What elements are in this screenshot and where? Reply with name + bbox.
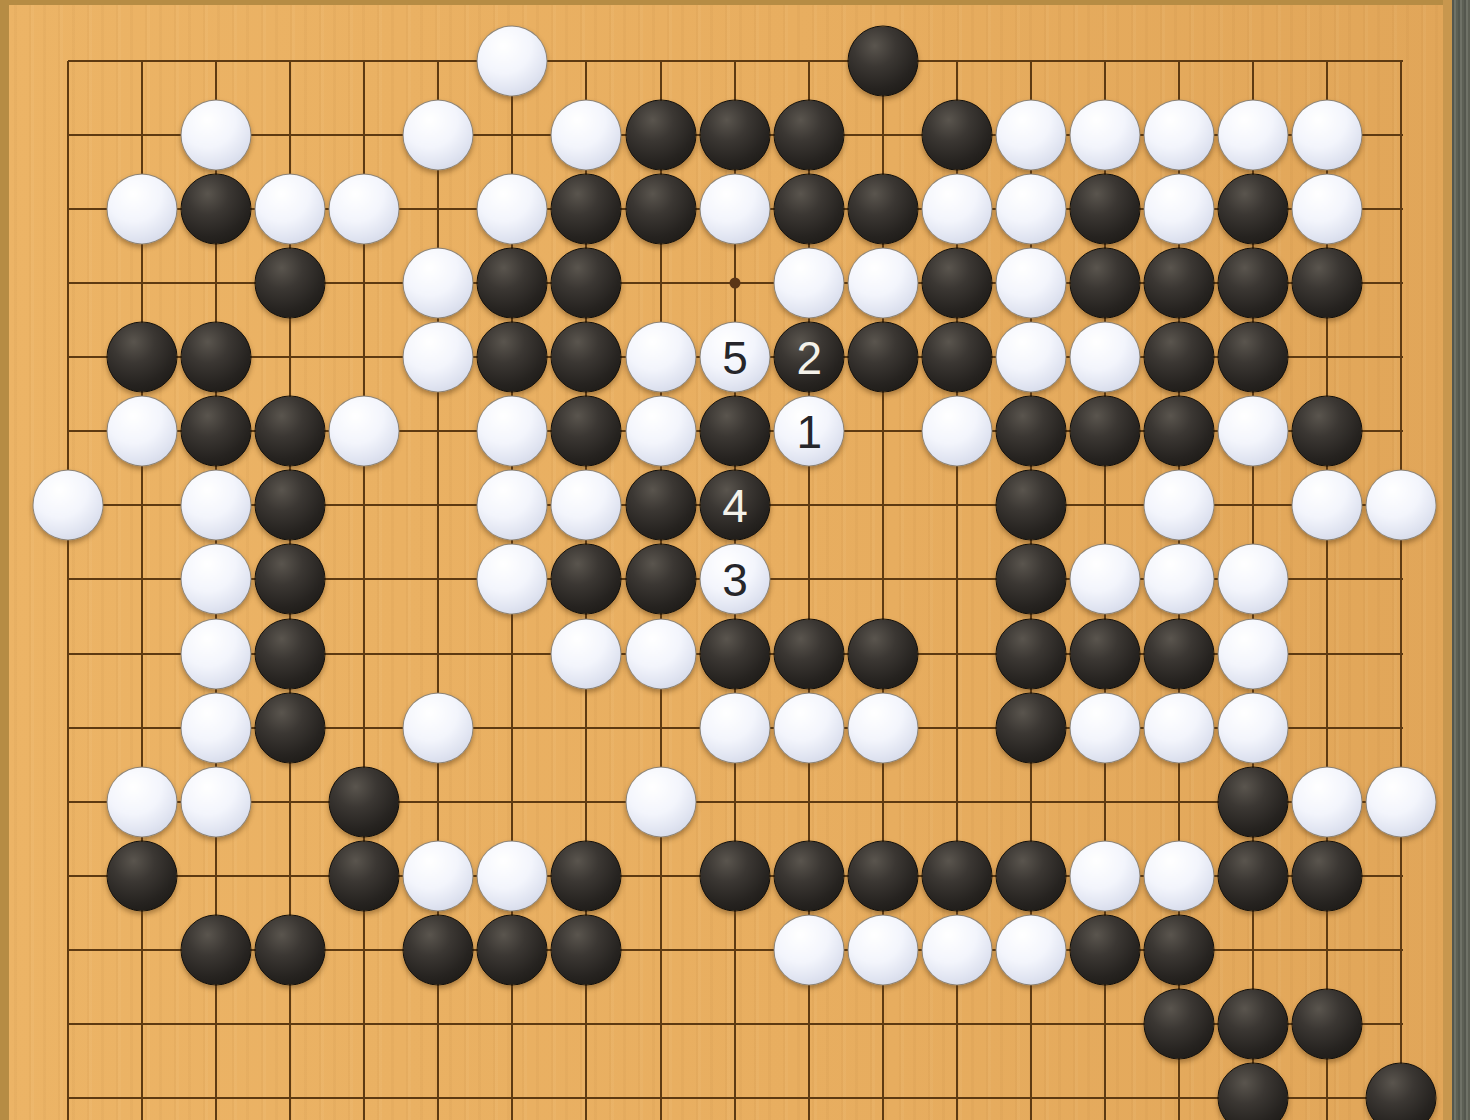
go-stone-white[interactable] xyxy=(1069,692,1140,763)
go-stone-black[interactable] xyxy=(847,174,918,245)
go-stone-white[interactable] xyxy=(625,618,696,689)
go-stone-white[interactable] xyxy=(181,544,252,615)
go-stone-black[interactable] xyxy=(625,100,696,171)
go-stone-white[interactable] xyxy=(625,396,696,467)
go-stone-white[interactable] xyxy=(995,100,1066,171)
go-stone-black[interactable] xyxy=(1144,248,1215,319)
go-stone-white[interactable] xyxy=(995,174,1066,245)
go-stone-white[interactable] xyxy=(1218,100,1289,171)
go-stone-black[interactable] xyxy=(181,396,252,467)
go-stone-white[interactable] xyxy=(107,174,178,245)
go-stone-black[interactable] xyxy=(1292,396,1363,467)
grid-line-horizontal xyxy=(68,1097,1403,1099)
go-stone-white[interactable] xyxy=(1069,100,1140,171)
go-stone-black[interactable] xyxy=(1218,174,1289,245)
go-stone-white[interactable] xyxy=(181,766,252,837)
go-stone-black[interactable] xyxy=(995,396,1066,467)
go-stone-white[interactable] xyxy=(181,470,252,541)
go-stone-black[interactable] xyxy=(995,692,1066,763)
go-stone-white[interactable] xyxy=(403,692,474,763)
go-stone-white[interactable] xyxy=(403,100,474,171)
go-stone-white[interactable] xyxy=(1218,544,1289,615)
go-stone-black[interactable] xyxy=(1069,396,1140,467)
go-stone-black[interactable] xyxy=(551,544,622,615)
go-stone-white[interactable] xyxy=(699,174,770,245)
go-stone-black[interactable] xyxy=(255,692,326,763)
go-stone-white[interactable] xyxy=(551,618,622,689)
go-stone-white[interactable] xyxy=(477,174,548,245)
go-stone-black[interactable] xyxy=(847,322,918,393)
go-stone-white[interactable] xyxy=(1144,544,1215,615)
go-stone-white[interactable] xyxy=(403,840,474,911)
go-stone-white[interactable]: 5 xyxy=(699,322,770,393)
go-stone-white[interactable] xyxy=(995,322,1066,393)
go-stone-black[interactable] xyxy=(995,470,1066,541)
go-stone-white[interactable] xyxy=(181,692,252,763)
go-stone-white[interactable] xyxy=(625,322,696,393)
go-stone-black[interactable]: 4 xyxy=(699,470,770,541)
go-stone-black[interactable] xyxy=(625,544,696,615)
go-stone-black[interactable] xyxy=(255,914,326,985)
background-strip-right xyxy=(1452,0,1470,1120)
go-stone-black[interactable] xyxy=(477,248,548,319)
go-stone-white[interactable] xyxy=(847,248,918,319)
go-stone-white[interactable] xyxy=(107,766,178,837)
go-stone-black[interactable] xyxy=(255,248,326,319)
go-stone-black[interactable] xyxy=(1218,322,1289,393)
go-stone-black[interactable]: 2 xyxy=(773,322,844,393)
go-stone-black[interactable] xyxy=(1292,840,1363,911)
grid-line-horizontal xyxy=(68,801,1403,803)
go-stone-white[interactable] xyxy=(1069,544,1140,615)
go-stone-white[interactable] xyxy=(477,840,548,911)
go-stone-white[interactable] xyxy=(1144,100,1215,171)
go-stone-white[interactable] xyxy=(477,26,548,97)
go-stone-black[interactable] xyxy=(255,544,326,615)
go-stone-black[interactable] xyxy=(551,248,622,319)
go-stone-white[interactable] xyxy=(1366,766,1437,837)
go-stone-white[interactable] xyxy=(477,544,548,615)
go-stone-black[interactable] xyxy=(181,322,252,393)
go-stone-black[interactable] xyxy=(921,840,992,911)
go-stone-black[interactable] xyxy=(181,914,252,985)
go-stone-white[interactable] xyxy=(847,914,918,985)
go-stone-black[interactable] xyxy=(921,248,992,319)
go-stone-black[interactable] xyxy=(477,322,548,393)
go-stone-white[interactable] xyxy=(1292,470,1363,541)
go-stone-white[interactable] xyxy=(1218,396,1289,467)
go-stone-black[interactable] xyxy=(1069,248,1140,319)
go-board-screenshot: 52143 xyxy=(0,0,1470,1120)
go-stone-black[interactable] xyxy=(1144,396,1215,467)
go-stone-black[interactable] xyxy=(551,174,622,245)
go-stone-black[interactable] xyxy=(1144,914,1215,985)
go-stone-white[interactable] xyxy=(699,692,770,763)
go-stone-white[interactable] xyxy=(1292,766,1363,837)
go-stone-black[interactable] xyxy=(1144,322,1215,393)
go-stone-black[interactable] xyxy=(107,322,178,393)
go-stone-white[interactable] xyxy=(551,470,622,541)
go-stone-white[interactable] xyxy=(1069,322,1140,393)
go-stone-white[interactable] xyxy=(1144,692,1215,763)
go-stone-black[interactable] xyxy=(329,840,400,911)
go-stone-white[interactable] xyxy=(1292,100,1363,171)
go-stone-black[interactable] xyxy=(847,618,918,689)
stone-move-number: 4 xyxy=(722,482,747,528)
go-stone-black[interactable] xyxy=(625,470,696,541)
go-stone-black[interactable] xyxy=(921,100,992,171)
go-stone-white[interactable] xyxy=(1069,840,1140,911)
go-stone-white[interactable] xyxy=(1292,174,1363,245)
go-stone-black[interactable] xyxy=(1218,766,1289,837)
go-stone-white[interactable] xyxy=(1144,840,1215,911)
go-stone-black[interactable] xyxy=(551,914,622,985)
go-stone-white[interactable] xyxy=(921,914,992,985)
go-stone-white[interactable] xyxy=(995,914,1066,985)
go-stone-black[interactable] xyxy=(1144,988,1215,1059)
go-stone-black[interactable] xyxy=(1144,618,1215,689)
go-stone-black[interactable] xyxy=(403,914,474,985)
go-stone-white[interactable] xyxy=(773,248,844,319)
go-stone-black[interactable] xyxy=(477,914,548,985)
go-stone-black[interactable] xyxy=(1069,914,1140,985)
go-stone-black[interactable] xyxy=(699,396,770,467)
grid-line-vertical xyxy=(1400,61,1402,1120)
go-stone-black[interactable] xyxy=(329,766,400,837)
go-stone-white[interactable] xyxy=(1218,692,1289,763)
star-point xyxy=(729,278,740,289)
go-stone-black[interactable] xyxy=(255,618,326,689)
go-stone-black[interactable] xyxy=(107,840,178,911)
grid-line-horizontal xyxy=(68,60,1403,62)
go-stone-black[interactable] xyxy=(1069,618,1140,689)
stone-move-number: 2 xyxy=(796,334,821,380)
go-stone-white[interactable] xyxy=(403,322,474,393)
go-stone-white[interactable] xyxy=(1144,470,1215,541)
go-stone-black[interactable] xyxy=(921,322,992,393)
go-stone-white[interactable] xyxy=(921,174,992,245)
go-stone-white[interactable] xyxy=(847,692,918,763)
go-stone-black[interactable] xyxy=(773,618,844,689)
go-stone-white[interactable] xyxy=(1218,618,1289,689)
go-stone-black[interactable] xyxy=(551,840,622,911)
go-stone-black[interactable] xyxy=(847,26,918,97)
go-stone-black[interactable] xyxy=(1069,174,1140,245)
go-stone-black[interactable] xyxy=(625,174,696,245)
go-stone-white[interactable]: 3 xyxy=(699,544,770,615)
go-stone-white[interactable] xyxy=(551,100,622,171)
stone-move-number: 3 xyxy=(722,556,747,602)
go-stone-white[interactable] xyxy=(33,470,104,541)
go-stone-black[interactable] xyxy=(551,396,622,467)
go-stone-black[interactable] xyxy=(773,174,844,245)
go-stone-white[interactable] xyxy=(107,396,178,467)
go-stone-white[interactable] xyxy=(921,396,992,467)
go-stone-black[interactable] xyxy=(699,100,770,171)
go-stone-white[interactable] xyxy=(329,174,400,245)
go-stone-white[interactable]: 1 xyxy=(773,396,844,467)
go-stone-black[interactable] xyxy=(1292,248,1363,319)
go-stone-white[interactable] xyxy=(255,174,326,245)
go-stone-black[interactable] xyxy=(1218,988,1289,1059)
go-stone-white[interactable] xyxy=(773,692,844,763)
go-stone-black[interactable] xyxy=(255,470,326,541)
go-stone-black[interactable] xyxy=(1218,248,1289,319)
go-stone-black[interactable] xyxy=(773,840,844,911)
go-stone-black[interactable] xyxy=(995,840,1066,911)
board-edge-left xyxy=(0,0,9,1120)
go-stone-black[interactable] xyxy=(1292,988,1363,1059)
go-stone-black[interactable] xyxy=(773,100,844,171)
go-stone-white[interactable] xyxy=(1366,470,1437,541)
board-edge-top xyxy=(0,0,1470,5)
go-stone-black[interactable] xyxy=(699,840,770,911)
go-stone-white[interactable] xyxy=(995,248,1066,319)
go-stone-black[interactable] xyxy=(847,840,918,911)
go-stone-white[interactable] xyxy=(403,248,474,319)
go-stone-white[interactable] xyxy=(329,396,400,467)
go-stone-black[interactable] xyxy=(995,618,1066,689)
go-stone-white[interactable] xyxy=(625,766,696,837)
go-stone-black[interactable] xyxy=(181,174,252,245)
go-stone-black[interactable] xyxy=(699,618,770,689)
go-stone-white[interactable] xyxy=(181,618,252,689)
stone-move-number: 5 xyxy=(722,334,747,380)
go-stone-white[interactable] xyxy=(477,470,548,541)
go-stone-black[interactable] xyxy=(995,544,1066,615)
stone-move-number: 1 xyxy=(796,408,821,454)
go-stone-white[interactable] xyxy=(181,100,252,171)
go-stone-white[interactable] xyxy=(1144,174,1215,245)
go-stone-black[interactable] xyxy=(1218,840,1289,911)
grid-line-vertical xyxy=(67,61,69,1120)
go-stone-black[interactable] xyxy=(551,322,622,393)
board-side-edge xyxy=(1443,0,1452,1120)
go-stone-black[interactable] xyxy=(255,396,326,467)
go-stone-white[interactable] xyxy=(773,914,844,985)
go-stone-white[interactable] xyxy=(477,396,548,467)
